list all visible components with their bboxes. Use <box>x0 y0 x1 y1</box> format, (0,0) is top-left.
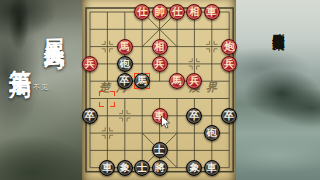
right-art-panel: 刚才看的是红方平车失足 <box>236 0 320 180</box>
piece-black-車[interactable]: 車 <box>99 160 115 176</box>
mouse-cursor-icon <box>160 115 171 130</box>
piece-red-兵[interactable]: 兵 <box>152 56 168 72</box>
piece-red-炮[interactable]: 炮 <box>221 39 237 55</box>
xiangqi-board[interactable]: 楚河 漢界 仕帥仕相車馬相炮兵兵兵馬兵車砲卒馬卒卒卒砲士車象士將象車 <box>82 0 236 180</box>
opening-title: 屈头屏风马 <box>40 22 67 38</box>
piece-black-象[interactable]: 象 <box>186 160 202 176</box>
piece-black-車[interactable]: 車 <box>204 160 220 176</box>
piece-red-兵[interactable]: 兵 <box>221 56 237 72</box>
piece-red-車[interactable]: 車 <box>204 4 220 20</box>
commentary-caption: 刚才看的是红方平车失足 <box>272 24 285 30</box>
piece-red-帥[interactable]: 帥 <box>152 4 168 20</box>
left-art-panel: 屈头屏风马 第十三局 不见 <box>0 0 82 180</box>
piece-black-砲[interactable]: 砲 <box>204 125 220 141</box>
piece-red-兵[interactable]: 兵 <box>82 56 98 72</box>
piece-red-馬[interactable]: 馬 <box>117 39 133 55</box>
video-frame: 屈头屏风马 第十三局 不见 楚河 漢界 仕帥仕相車馬相炮兵兵兵馬兵車砲卒馬卒卒卒… <box>0 0 320 180</box>
piece-black-卒[interactable]: 卒 <box>221 108 237 124</box>
game-number-title: 第十三局 <box>6 52 35 64</box>
piece-black-士[interactable]: 士 <box>134 160 150 176</box>
small-watermark-text: 不见 <box>33 82 49 92</box>
piece-black-象[interactable]: 象 <box>117 160 133 176</box>
piece-black-將[interactable]: 將 <box>152 160 168 176</box>
piece-black-卒[interactable]: 卒 <box>117 73 133 89</box>
piece-red-相[interactable]: 相 <box>152 39 168 55</box>
piece-red-仕[interactable]: 仕 <box>169 4 185 20</box>
piece-black-士[interactable]: 士 <box>152 142 168 158</box>
piece-black-卒[interactable]: 卒 <box>82 108 98 124</box>
piece-black-砲[interactable]: 砲 <box>117 56 133 72</box>
